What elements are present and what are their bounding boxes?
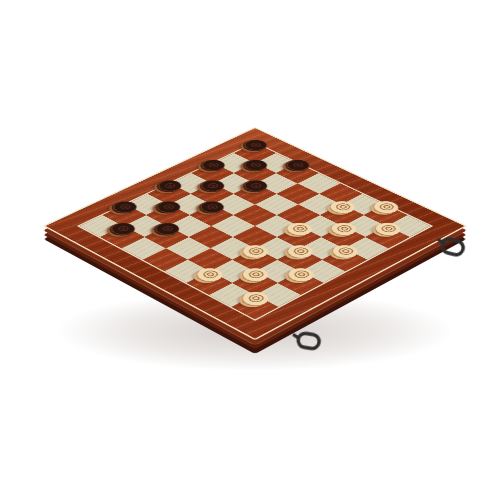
playing-area: ⛂⛂⛀⛂⛀⛀⛂⛂⛀⛂⛀⛀⛂⛂⛀⛂⛀⛀⛂⛂⛀⛂⛀⛀ [77, 142, 433, 321]
latch-icon [287, 325, 331, 359]
photo-scene: ⛂⛂⛀⛂⛀⛀⛂⛂⛀⛂⛀⛀⛂⛂⛀⛂⛀⛀⛂⛂⛀⛂⛀⛀ [0, 0, 500, 500]
board-grid: ⛂⛂⛀⛂⛀⛀⛂⛂⛀⛂⛀⛀⛂⛂⛀⛂⛀⛀⛂⛂⛀⛂⛀⛀ [80, 143, 431, 319]
light-piece: ⛀ [236, 289, 273, 309]
dark-piece: ⛂ [104, 220, 140, 238]
checkers-board: ⛂⛂⛀⛂⛀⛀⛂⛂⛀⛂⛀⛀⛂⛂⛀⛂⛀⛀⛂⛂⛀⛂⛀⛀ [43, 127, 467, 340]
light-piece: ⛀ [370, 220, 406, 238]
product-photo: ⛂⛂⛀⛂⛀⛀⛂⛂⛀⛂⛀⛀⛂⛂⛀⛂⛀⛀⛂⛂⛀⛂⛀⛀ [0, 0, 500, 500]
dark-piece: ⛂ [238, 138, 272, 154]
board-top-face: ⛂⛂⛀⛂⛀⛀⛂⛂⛀⛂⛀⛀⛂⛂⛀⛂⛀⛀⛂⛂⛀⛂⛀⛀ [43, 127, 467, 340]
